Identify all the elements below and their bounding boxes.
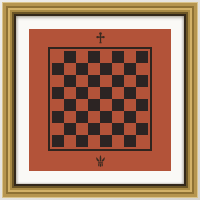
board-cell: [76, 63, 88, 75]
board-cell: [124, 99, 136, 111]
board-cell: [112, 51, 124, 63]
fleur-de-lis-icon: [95, 155, 106, 168]
frame-inner-band: [10, 10, 190, 190]
board-cell: [124, 63, 136, 75]
board-cell: [124, 75, 136, 87]
mat-board: [16, 16, 184, 184]
board-cell: [88, 75, 100, 87]
board-cell: [52, 87, 64, 99]
board-cell: [52, 135, 64, 147]
board-cell: [64, 63, 76, 75]
board-cell: [112, 111, 124, 123]
board-cell: [76, 135, 88, 147]
board-cell: [136, 123, 148, 135]
board-cell: [112, 75, 124, 87]
board-cell: [136, 87, 148, 99]
board-cell: [88, 123, 100, 135]
board-cell: [52, 51, 64, 63]
board-cell: [64, 87, 76, 99]
board-cell: [64, 75, 76, 87]
board-cell: [64, 99, 76, 111]
board-cell: [64, 123, 76, 135]
frame-highlight-ridge: [8, 8, 192, 192]
board-cell: [124, 51, 136, 63]
board-cell: [100, 87, 112, 99]
board-cell: [136, 99, 148, 111]
board-cell: [52, 99, 64, 111]
frame-inner-shadow: [12, 12, 188, 188]
board-cell: [76, 123, 88, 135]
board-cell: [88, 51, 100, 63]
board-cell: [88, 63, 100, 75]
board-cell: [136, 63, 148, 75]
board-cell: [64, 135, 76, 147]
board-cell: [124, 87, 136, 99]
framed-print: [0, 0, 200, 200]
frame-groove: [6, 6, 194, 194]
board-cell: [88, 135, 100, 147]
frame-lip: [14, 14, 186, 186]
board-cell: [88, 111, 100, 123]
board-cell: [112, 63, 124, 75]
board-cell: [100, 135, 112, 147]
board-cell: [52, 75, 64, 87]
frame-outer-edge: [2, 2, 198, 198]
board-cell: [100, 111, 112, 123]
board-cell: [52, 111, 64, 123]
board-cell: [76, 111, 88, 123]
checkers-board: [48, 47, 152, 151]
board-cell: [76, 87, 88, 99]
board-cell: [100, 63, 112, 75]
board-cell: [100, 75, 112, 87]
board-cell: [52, 123, 64, 135]
board-cell: [76, 51, 88, 63]
board-cell: [52, 63, 64, 75]
checkers-print-artwork: [29, 29, 171, 171]
board-cell: [64, 111, 76, 123]
board-cell: [88, 99, 100, 111]
board-cell: [88, 87, 100, 99]
top-motif-row: [96, 29, 105, 47]
board-cell: [100, 51, 112, 63]
board-cell: [100, 99, 112, 111]
cross-bottony-icon: [96, 32, 105, 44]
board-cell: [64, 51, 76, 63]
board-cell: [136, 51, 148, 63]
board-cell: [112, 99, 124, 111]
frame-gold-band: [3, 3, 197, 197]
board-cell: [136, 75, 148, 87]
board-cell: [136, 135, 148, 147]
board-cell: [136, 111, 148, 123]
board-cell: [112, 87, 124, 99]
board-cell: [124, 111, 136, 123]
board-cell: [76, 99, 88, 111]
board-cell: [100, 123, 112, 135]
board-cell: [76, 75, 88, 87]
board-cell: [112, 135, 124, 147]
board-cell: [124, 135, 136, 147]
board-cell: [124, 123, 136, 135]
bottom-motif-row: [95, 151, 106, 171]
board-cell: [112, 123, 124, 135]
